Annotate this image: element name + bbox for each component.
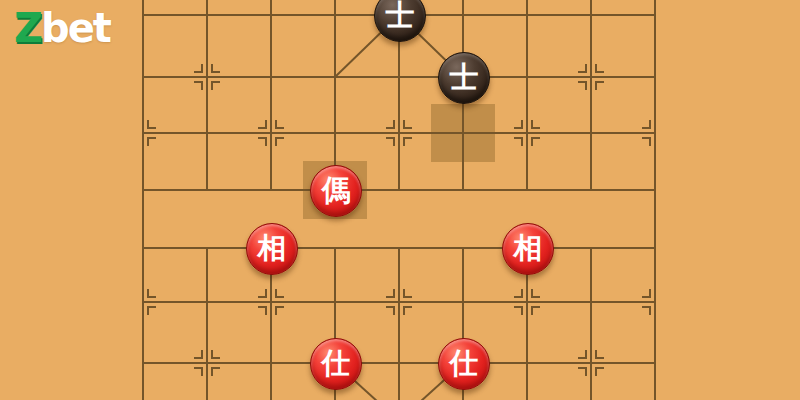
piece-glyph: 相 [514, 229, 543, 269]
piece-red-horse[interactable]: 傌 [310, 165, 362, 217]
piece-red-advisor-2[interactable]: 仕 [438, 338, 490, 390]
game-screen: Zbet 士士傌相相仕仕 [0, 0, 800, 400]
piece-glyph: 士 [386, 0, 415, 36]
piece-glyph: 傌 [322, 171, 351, 211]
piece-red-advisor-1[interactable]: 仕 [310, 338, 362, 390]
piece-red-elephant-1[interactable]: 相 [246, 223, 298, 275]
piece-glyph: 相 [258, 229, 287, 269]
piece-glyph: 士 [450, 58, 479, 98]
piece-glyph: 仕 [450, 344, 479, 384]
piece-red-elephant-2[interactable]: 相 [502, 223, 554, 275]
piece-black-advisor-2[interactable]: 士 [438, 52, 490, 104]
xiangqi-board[interactable]: 士士傌相相仕仕 [0, 0, 800, 400]
piece-glyph: 仕 [322, 344, 351, 384]
board-grid [0, 0, 800, 400]
